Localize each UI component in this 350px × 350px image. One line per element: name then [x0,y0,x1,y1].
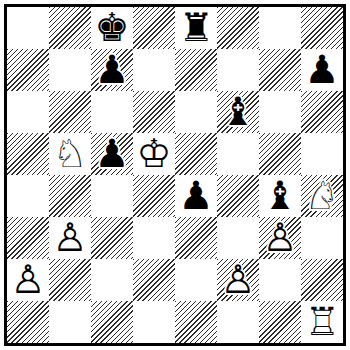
square-f8[interactable] [217,7,259,49]
piece-black-pawn-icon[interactable]: ♟♟ [175,175,217,217]
square-a8[interactable] [7,7,49,49]
piece-black-rook-icon[interactable]: ♜♜ [175,7,217,49]
pawn-outline-glyph: ♟ [305,49,340,91]
square-f2[interactable]: ♟♙ [217,259,259,301]
piece-white-pawn-icon[interactable]: ♟♙ [7,259,49,301]
square-b5[interactable]: ♞♘ [49,133,91,175]
square-e2[interactable] [175,259,217,301]
king-outline-glyph: ♚ [95,7,130,49]
square-a7[interactable] [7,49,49,91]
square-e4[interactable]: ♟♟ [175,175,217,217]
bishop-outline-glyph: ♝ [263,175,298,217]
square-e3[interactable] [175,217,217,259]
square-a1[interactable] [7,301,49,343]
square-d1[interactable] [133,301,175,343]
piece-black-pawn-icon[interactable]: ♟♟ [91,49,133,91]
square-a5[interactable] [7,133,49,175]
square-e5[interactable] [175,133,217,175]
pawn-outline-glyph: ♙ [263,217,298,259]
square-b1[interactable] [49,301,91,343]
piece-black-pawn-icon[interactable]: ♟♟ [91,133,133,175]
rook-outline-glyph: ♜ [179,7,214,49]
square-b2[interactable] [49,259,91,301]
square-g8[interactable] [259,7,301,49]
square-c7[interactable]: ♟♟ [91,49,133,91]
piece-white-king-icon[interactable]: ♚♔ [133,133,175,175]
square-b4[interactable] [49,175,91,217]
square-h6[interactable] [301,91,343,133]
square-f7[interactable] [217,49,259,91]
square-g5[interactable] [259,133,301,175]
square-g2[interactable] [259,259,301,301]
chess-diagram: ♚♚♜♜♟♟♟♟♝♝♞♘♟♟♚♔♟♟♝♝♞♘♟♙♟♙♟♙♟♙♜♖ [0,0,350,350]
square-d4[interactable] [133,175,175,217]
square-h4[interactable]: ♞♘ [301,175,343,217]
piece-black-pawn-icon[interactable]: ♟♟ [301,49,343,91]
square-f3[interactable] [217,217,259,259]
square-f6[interactable]: ♝♝ [217,91,259,133]
square-e8[interactable]: ♜♜ [175,7,217,49]
rook-outline-glyph: ♖ [305,301,340,343]
square-b8[interactable] [49,7,91,49]
square-g3[interactable]: ♟♙ [259,217,301,259]
pawn-outline-glyph: ♙ [11,259,46,301]
square-e7[interactable] [175,49,217,91]
square-a4[interactable] [7,175,49,217]
pawn-outline-glyph: ♟ [95,49,130,91]
king-outline-glyph: ♔ [137,133,172,175]
square-h2[interactable] [301,259,343,301]
square-b6[interactable] [49,91,91,133]
square-h5[interactable] [301,133,343,175]
square-g1[interactable] [259,301,301,343]
piece-white-rook-icon[interactable]: ♜♖ [301,301,343,343]
square-a6[interactable] [7,91,49,133]
square-c1[interactable] [91,301,133,343]
square-g4[interactable]: ♝♝ [259,175,301,217]
square-e1[interactable] [175,301,217,343]
square-f4[interactable] [217,175,259,217]
pawn-outline-glyph: ♙ [53,217,88,259]
square-h8[interactable] [301,7,343,49]
square-b3[interactable]: ♟♙ [49,217,91,259]
square-h7[interactable]: ♟♟ [301,49,343,91]
square-d3[interactable] [133,217,175,259]
piece-black-bishop-icon[interactable]: ♝♝ [217,91,259,133]
square-c8[interactable]: ♚♚ [91,7,133,49]
square-d2[interactable] [133,259,175,301]
square-d8[interactable] [133,7,175,49]
square-c6[interactable] [91,91,133,133]
square-c4[interactable] [91,175,133,217]
square-h3[interactable] [301,217,343,259]
piece-white-pawn-icon[interactable]: ♟♙ [259,217,301,259]
square-d7[interactable] [133,49,175,91]
square-d6[interactable] [133,91,175,133]
square-c5[interactable]: ♟♟ [91,133,133,175]
square-g6[interactable] [259,91,301,133]
square-c3[interactable] [91,217,133,259]
piece-black-bishop-icon[interactable]: ♝♝ [259,175,301,217]
square-f5[interactable] [217,133,259,175]
pawn-outline-glyph: ♟ [179,175,214,217]
square-a2[interactable]: ♟♙ [7,259,49,301]
pawn-outline-glyph: ♙ [221,259,256,301]
square-g7[interactable] [259,49,301,91]
square-e6[interactable] [175,91,217,133]
piece-white-knight-icon[interactable]: ♞♘ [301,175,343,217]
square-b7[interactable] [49,49,91,91]
square-h1[interactable]: ♜♖ [301,301,343,343]
piece-white-knight-icon[interactable]: ♞♘ [49,133,91,175]
piece-black-king-icon[interactable]: ♚♚ [91,7,133,49]
piece-white-pawn-icon[interactable]: ♟♙ [217,259,259,301]
square-d5[interactable]: ♚♔ [133,133,175,175]
square-c2[interactable] [91,259,133,301]
square-f1[interactable] [217,301,259,343]
pawn-outline-glyph: ♟ [95,133,130,175]
piece-white-pawn-icon[interactable]: ♟♙ [49,217,91,259]
chess-board: ♚♚♜♜♟♟♟♟♝♝♞♘♟♟♚♔♟♟♝♝♞♘♟♙♟♙♟♙♟♙♜♖ [4,4,346,346]
square-a3[interactable] [7,217,49,259]
bishop-outline-glyph: ♝ [221,91,256,133]
knight-outline-glyph: ♘ [53,133,88,175]
knight-outline-glyph: ♘ [305,175,340,217]
